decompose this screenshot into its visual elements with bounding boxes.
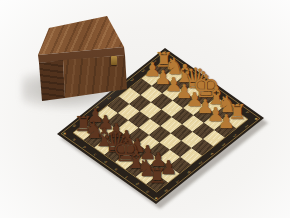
coordinate-label: e bbox=[113, 168, 118, 172]
coordinate-label: 7 bbox=[175, 179, 180, 183]
corner-ornament: ✦ bbox=[61, 130, 69, 136]
corner-ornament: ✦ bbox=[252, 116, 260, 122]
coordinate-label: 2 bbox=[232, 134, 237, 138]
coordinate-label: f bbox=[124, 175, 128, 178]
coordinate-label: d bbox=[103, 160, 108, 164]
storage-box bbox=[30, 10, 135, 105]
coordinate-label: b bbox=[82, 145, 87, 149]
coordinate-label: 8 bbox=[164, 188, 169, 192]
coordinate-label: g bbox=[134, 182, 139, 186]
product-photo-scene: aabbccddeeffgghh1122334455667788✦✦✦✦ ♜♞♝… bbox=[0, 0, 290, 218]
coordinate-label: h bbox=[145, 190, 150, 194]
black-rook: ♜ bbox=[148, 166, 167, 187]
corner-ornament: ✦ bbox=[152, 195, 160, 201]
coordinate-label: 1 bbox=[244, 124, 249, 128]
coordinate-label: 4 bbox=[209, 152, 214, 156]
coordinate-label: 5 bbox=[198, 161, 203, 165]
coordinate-label: 3 bbox=[221, 143, 226, 147]
box-latch bbox=[111, 56, 117, 65]
coordinate-label: a bbox=[71, 138, 76, 142]
coordinate-label: c bbox=[92, 153, 97, 157]
white-pawn: ♟ bbox=[217, 112, 234, 131]
coordinate-label: 6 bbox=[187, 170, 192, 174]
